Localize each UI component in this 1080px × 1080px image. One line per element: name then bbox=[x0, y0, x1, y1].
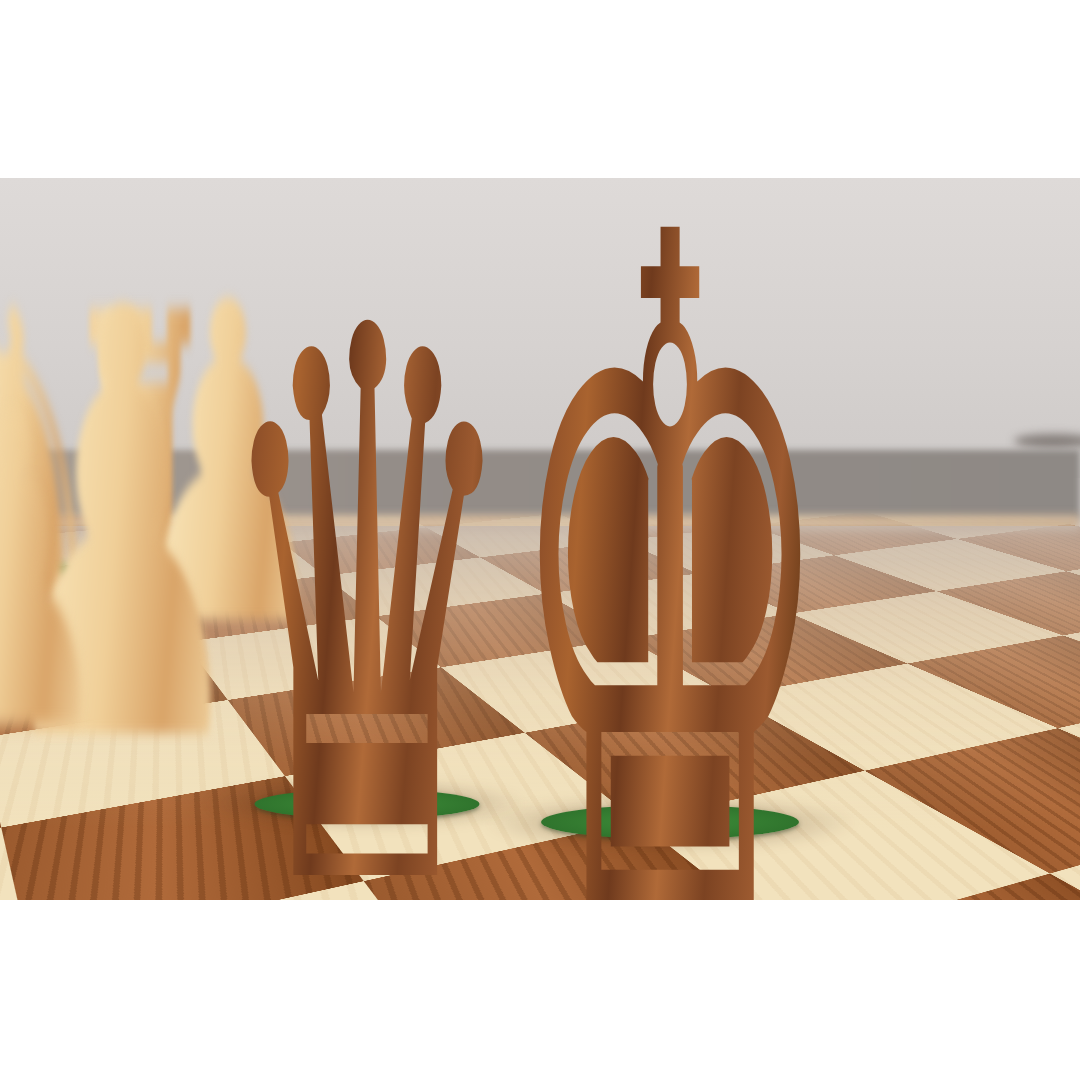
chess-set-product-photo: { "image_type": "product photograph of a… bbox=[0, 0, 1080, 1080]
pawn-icon: ♟ bbox=[0, 361, 116, 791]
king-icon: ♚ bbox=[503, 178, 836, 900]
letterbox-bottom bbox=[0, 900, 1080, 1080]
photo-frame: ♞ ♜ ♟ ♟ ♟ ♛ ♚ bbox=[0, 178, 1080, 900]
queen-icon: ♛ bbox=[214, 232, 521, 900]
letterbox-top bbox=[0, 0, 1080, 178]
